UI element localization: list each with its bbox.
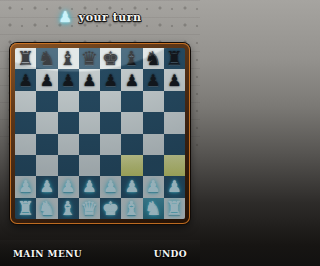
square-g3[interactable] xyxy=(143,155,164,176)
square-a8[interactable]: ♜ xyxy=(15,48,36,69)
piece-black-rook[interactable]: ♜ xyxy=(17,48,34,69)
square-c8[interactable]: ♝ xyxy=(58,48,79,69)
piece-white-knight[interactable]: ♞ xyxy=(38,198,55,219)
square-e1[interactable]: ♚ xyxy=(100,198,121,219)
square-b5[interactable] xyxy=(36,112,57,133)
square-g8[interactable]: ♞ xyxy=(143,48,164,69)
piece-white-bishop[interactable]: ♝ xyxy=(60,198,77,219)
piece-white-pawn[interactable]: ♟ xyxy=(40,176,54,197)
square-d8[interactable]: ♛ xyxy=(79,48,100,69)
piece-black-pawn[interactable]: ♟ xyxy=(103,70,117,91)
piece-white-pawn[interactable]: ♟ xyxy=(18,176,32,197)
square-e8[interactable]: ♚ xyxy=(100,48,121,69)
square-d7[interactable]: ♟ xyxy=(79,69,100,90)
piece-white-pawn[interactable]: ♟ xyxy=(61,176,75,197)
piece-white-queen[interactable]: ♛ xyxy=(81,198,98,219)
square-d5[interactable] xyxy=(79,112,100,133)
piece-white-pawn[interactable]: ♟ xyxy=(146,176,160,197)
square-e7[interactable]: ♟ xyxy=(100,69,121,90)
piece-black-king[interactable]: ♚ xyxy=(102,48,119,69)
main-menu-button[interactable]: MAIN MENU xyxy=(13,249,82,259)
square-g5[interactable] xyxy=(143,112,164,133)
square-a6[interactable] xyxy=(15,91,36,112)
square-h4[interactable] xyxy=(164,134,185,155)
square-c5[interactable] xyxy=(58,112,79,133)
piece-white-bishop[interactable]: ♝ xyxy=(123,198,140,219)
square-a7[interactable]: ♟ xyxy=(15,69,36,90)
square-a1[interactable]: ♜ xyxy=(15,198,36,219)
piece-black-pawn[interactable]: ♟ xyxy=(18,70,32,91)
turn-status-text: your turn xyxy=(79,11,142,24)
square-f2[interactable]: ♟ xyxy=(121,176,142,197)
square-e4[interactable] xyxy=(100,134,121,155)
piece-black-pawn[interactable]: ♟ xyxy=(167,70,181,91)
square-g1[interactable]: ♞ xyxy=(143,198,164,219)
square-a2[interactable]: ♟ xyxy=(15,176,36,197)
square-e5[interactable] xyxy=(100,112,121,133)
square-c4[interactable] xyxy=(58,134,79,155)
piece-white-pawn[interactable]: ♟ xyxy=(82,176,96,197)
piece-black-queen[interactable]: ♛ xyxy=(81,48,98,69)
square-f8[interactable]: ♝ xyxy=(121,48,142,69)
square-c2[interactable]: ♟ xyxy=(58,176,79,197)
pawn-icon: ♟ xyxy=(58,10,71,25)
piece-white-pawn[interactable]: ♟ xyxy=(103,176,117,197)
square-f3[interactable] xyxy=(121,155,142,176)
square-c3[interactable] xyxy=(58,155,79,176)
piece-white-rook[interactable]: ♜ xyxy=(17,198,34,219)
piece-black-pawn[interactable]: ♟ xyxy=(61,70,75,91)
piece-black-pawn[interactable]: ♟ xyxy=(40,70,54,91)
square-d6[interactable] xyxy=(79,91,100,112)
square-b8[interactable]: ♞ xyxy=(36,48,57,69)
square-g6[interactable] xyxy=(143,91,164,112)
square-h1[interactable]: ♜ xyxy=(164,198,185,219)
square-d2[interactable]: ♟ xyxy=(79,176,100,197)
square-h8[interactable]: ♜ xyxy=(164,48,185,69)
square-g2[interactable]: ♟ xyxy=(143,176,164,197)
square-c1[interactable]: ♝ xyxy=(58,198,79,219)
square-a5[interactable] xyxy=(15,112,36,133)
square-b3[interactable] xyxy=(36,155,57,176)
square-b2[interactable]: ♟ xyxy=(36,176,57,197)
square-d1[interactable]: ♛ xyxy=(79,198,100,219)
square-h5[interactable] xyxy=(164,112,185,133)
square-h6[interactable] xyxy=(164,91,185,112)
piece-black-knight[interactable]: ♞ xyxy=(145,48,162,69)
bottom-toolbar: MAIN MENU UNDO xyxy=(0,240,200,266)
piece-white-king[interactable]: ♚ xyxy=(102,198,119,219)
square-f5[interactable] xyxy=(121,112,142,133)
square-c6[interactable] xyxy=(58,91,79,112)
square-h2[interactable]: ♟ xyxy=(164,176,185,197)
board-frame: ♜♞♝♛♚♝♞♜♟♟♟♟♟♟♟♟♟♟♟♟♟♟♟♟♜♞♝♛♚♝♞♜ xyxy=(10,43,190,224)
square-f6[interactable] xyxy=(121,91,142,112)
square-d4[interactable] xyxy=(79,134,100,155)
square-e2[interactable]: ♟ xyxy=(100,176,121,197)
square-a4[interactable] xyxy=(15,134,36,155)
square-c7[interactable]: ♟ xyxy=(58,69,79,90)
square-b7[interactable]: ♟ xyxy=(36,69,57,90)
square-g4[interactable] xyxy=(143,134,164,155)
undo-button[interactable]: UNDO xyxy=(154,249,187,259)
piece-white-rook[interactable]: ♜ xyxy=(166,198,183,219)
square-b1[interactable]: ♞ xyxy=(36,198,57,219)
square-f1[interactable]: ♝ xyxy=(121,198,142,219)
piece-white-pawn[interactable]: ♟ xyxy=(167,176,181,197)
square-a3[interactable] xyxy=(15,155,36,176)
piece-black-pawn[interactable]: ♟ xyxy=(146,70,160,91)
piece-black-pawn[interactable]: ♟ xyxy=(82,70,96,91)
square-h3[interactable] xyxy=(164,155,185,176)
piece-black-pawn[interactable]: ♟ xyxy=(125,70,139,91)
square-e6[interactable] xyxy=(100,91,121,112)
square-g7[interactable]: ♟ xyxy=(143,69,164,90)
square-e3[interactable] xyxy=(100,155,121,176)
chess-board[interactable]: ♜♞♝♛♚♝♞♜♟♟♟♟♟♟♟♟♟♟♟♟♟♟♟♟♜♞♝♛♚♝♞♜ xyxy=(15,48,185,219)
square-f7[interactable]: ♟ xyxy=(121,69,142,90)
square-f4[interactable] xyxy=(121,134,142,155)
square-h7[interactable]: ♟ xyxy=(164,69,185,90)
piece-black-knight[interactable]: ♞ xyxy=(38,48,55,69)
piece-black-bishop[interactable]: ♝ xyxy=(60,48,77,69)
square-d3[interactable] xyxy=(79,155,100,176)
piece-white-pawn[interactable]: ♟ xyxy=(125,176,139,197)
piece-black-bishop[interactable]: ♝ xyxy=(123,48,140,69)
piece-black-rook[interactable]: ♜ xyxy=(166,48,183,69)
square-b4[interactable] xyxy=(36,134,57,155)
piece-white-knight[interactable]: ♞ xyxy=(145,198,162,219)
square-b6[interactable] xyxy=(36,91,57,112)
turn-indicator: ♟ your turn xyxy=(0,5,200,29)
